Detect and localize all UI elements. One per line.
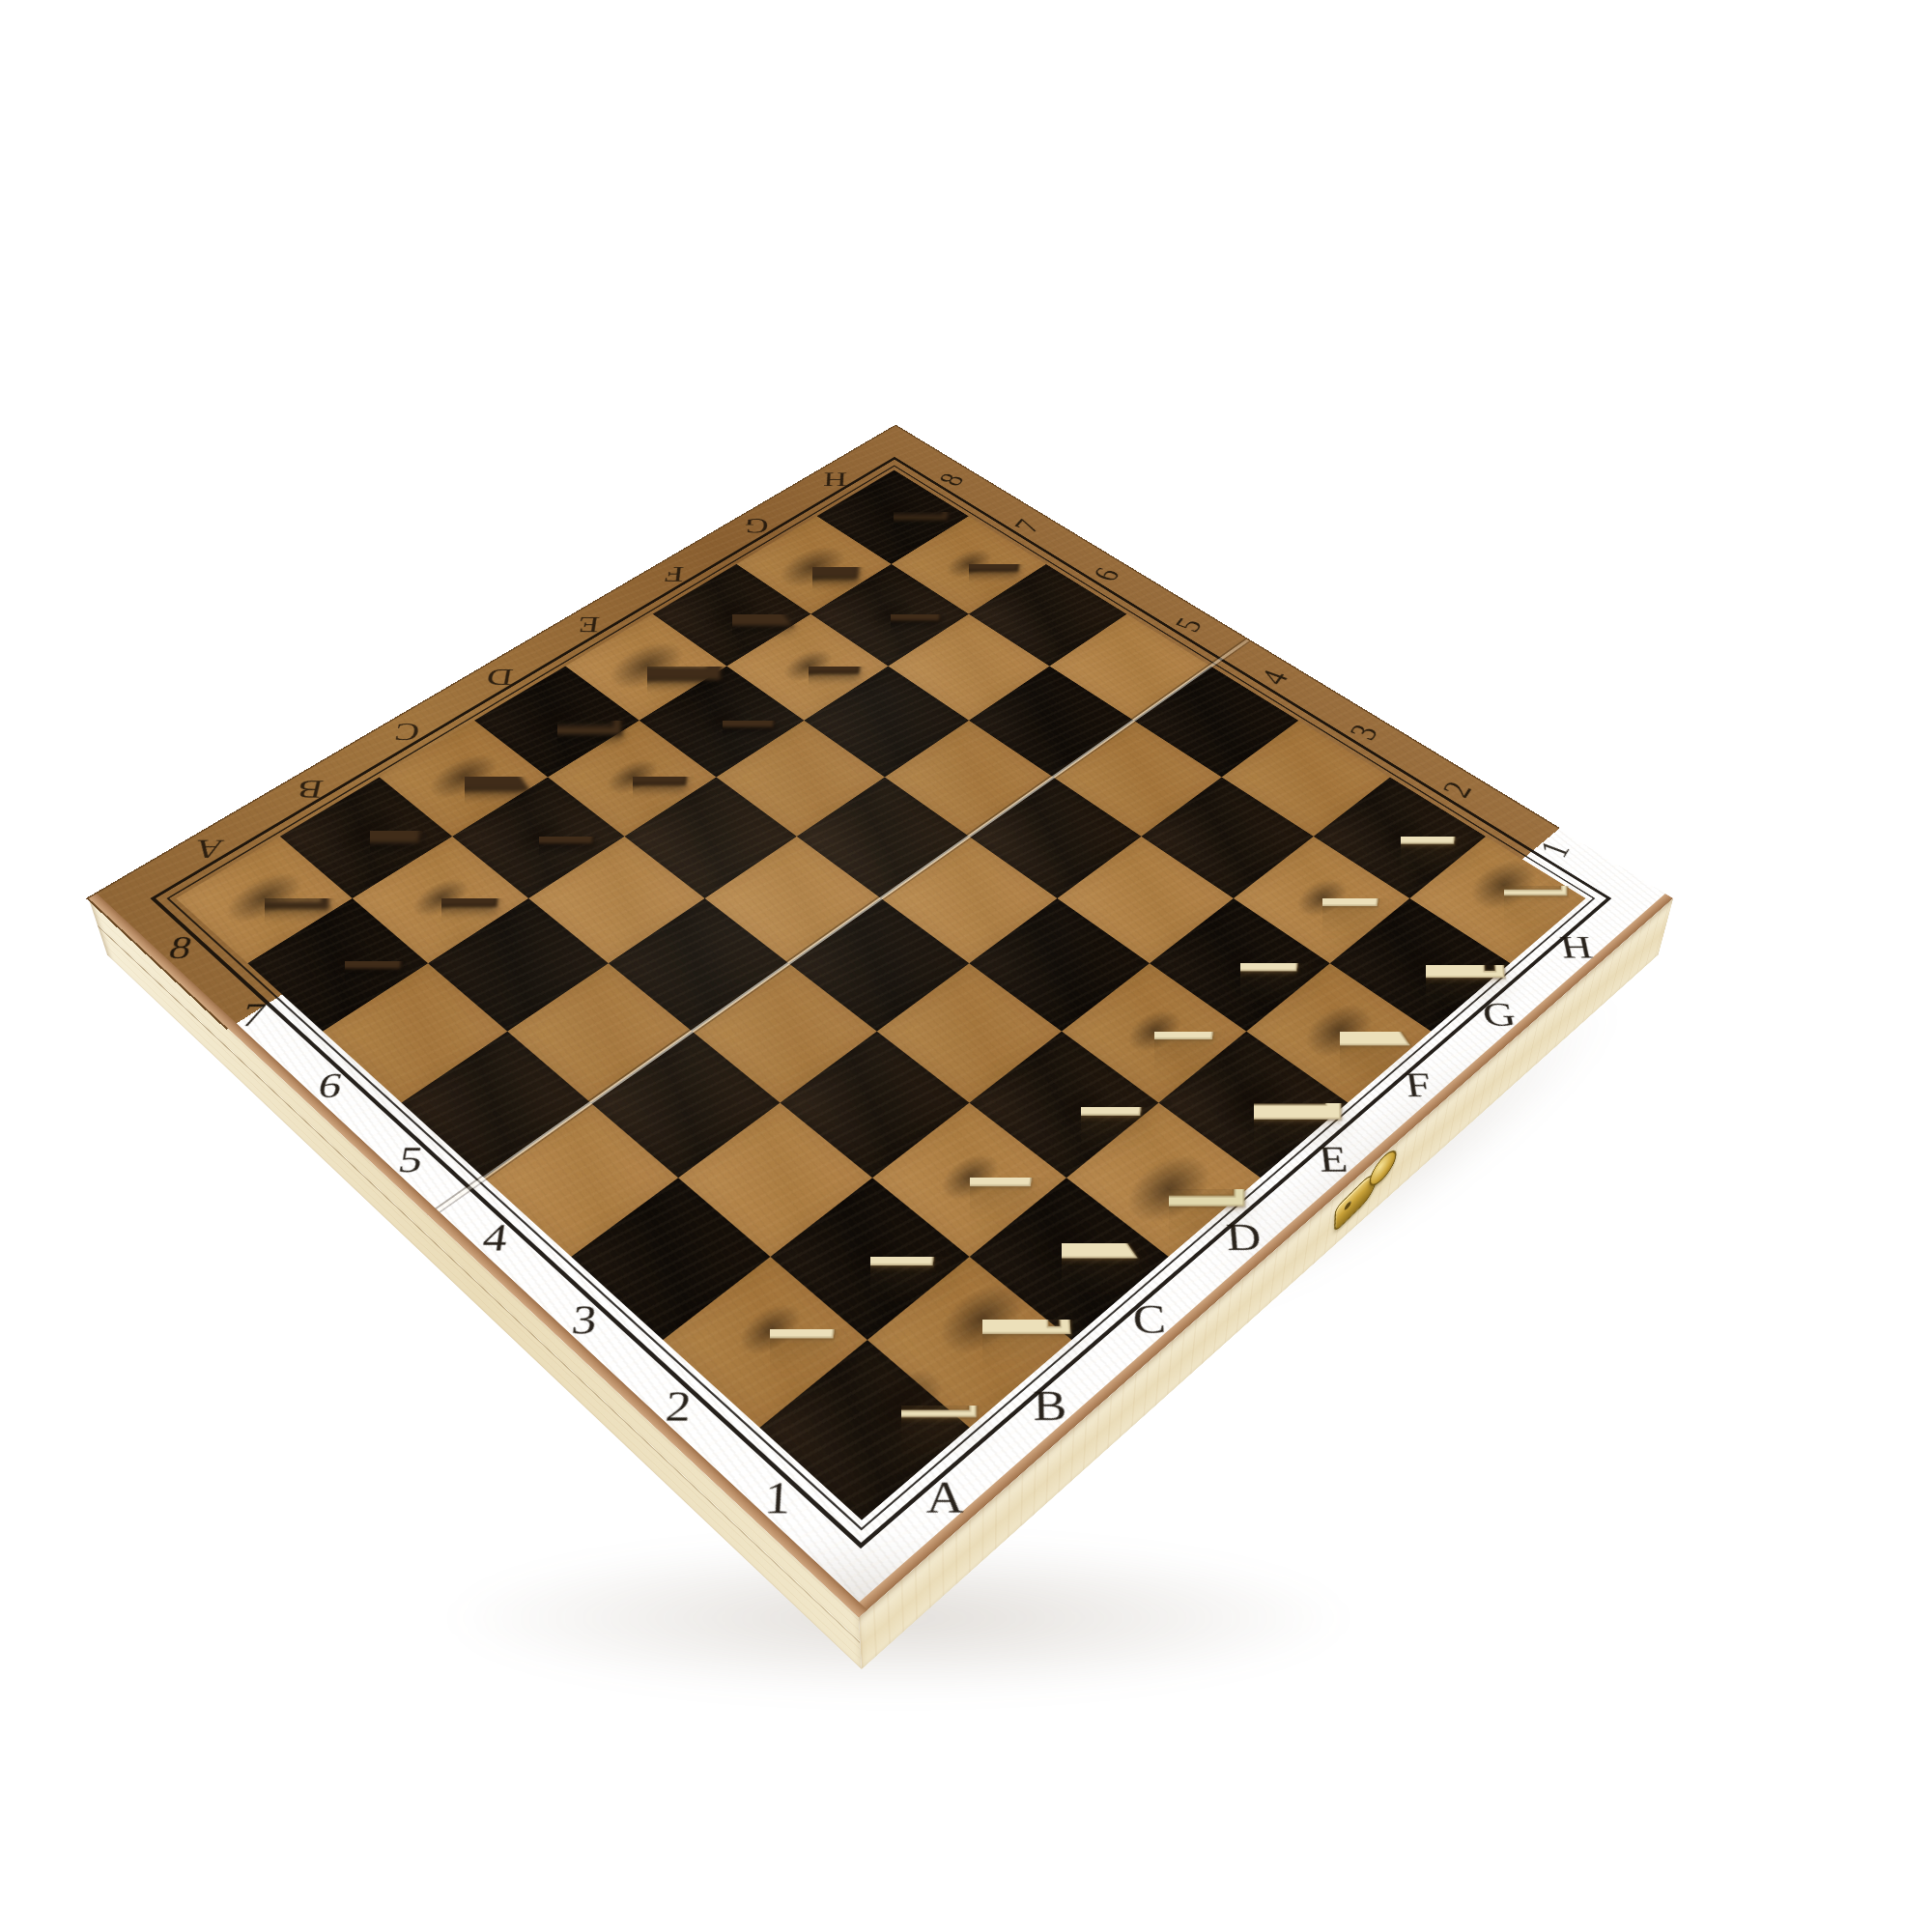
folding-chess-box: 8877665544332211AABBCCDDEEFFGGHH ♜♞♝♛♚♝♞… bbox=[89, 426, 1673, 1618]
scene: 8877665544332211AABBCCDDEEFFGGHH ♜♞♝♛♚♝♞… bbox=[0, 0, 1932, 1932]
chess-board: 8877665544332211AABBCCDDEEFFGGHH ♜♞♝♛♚♝♞… bbox=[89, 426, 1673, 1618]
product-photo: 8877665544332211AABBCCDDEEFFGGHH ♜♞♝♛♚♝♞… bbox=[0, 0, 1932, 1932]
